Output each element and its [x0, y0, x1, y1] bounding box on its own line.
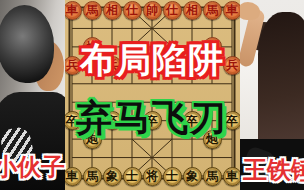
right-player-hand	[240, 2, 260, 20]
piece-black-elephant: 象	[103, 167, 122, 186]
piece-red-horse: 馬	[203, 1, 222, 20]
piece-black-elephant: 象	[183, 167, 202, 186]
right-player-caption: 王铁锤	[243, 158, 304, 182]
piece-red-general: 帥	[143, 1, 162, 20]
piece-red-chariot: 車	[63, 1, 82, 20]
left-player-caption: 小伙子	[0, 155, 65, 179]
piece-black-general: 将	[143, 167, 162, 186]
video-thumbnail[interactable]: 車馬相仕帥仕相馬車炮炮兵兵兵兵兵卒卒卒卒卒炮炮車馬象士将士象馬車 布局陷阱 弃马…	[0, 0, 304, 190]
piece-black-horse: 馬	[83, 167, 102, 186]
piece-red-advisor: 仕	[163, 1, 182, 20]
piece-black-advisor: 士	[163, 167, 182, 186]
piece-black-advisor: 士	[123, 167, 142, 186]
piece-red-elephant: 相	[183, 1, 202, 20]
title-line-2: 弃马飞刀	[0, 100, 304, 136]
board-grid	[65, 0, 240, 190]
piece-red-advisor: 仕	[123, 1, 142, 20]
piece-black-horse: 馬	[203, 167, 222, 186]
piece-red-elephant: 相	[103, 1, 122, 20]
piece-black-chariot: 車	[63, 167, 82, 186]
title-line-1: 布局陷阱	[0, 42, 304, 77]
piece-red-horse: 馬	[83, 1, 102, 20]
piece-red-chariot: 車	[223, 1, 242, 20]
xiangqi-board: 車馬相仕帥仕相馬車炮炮兵兵兵兵兵卒卒卒卒卒炮炮車馬象士将士象馬車	[65, 0, 240, 190]
piece-black-chariot: 車	[223, 167, 242, 186]
